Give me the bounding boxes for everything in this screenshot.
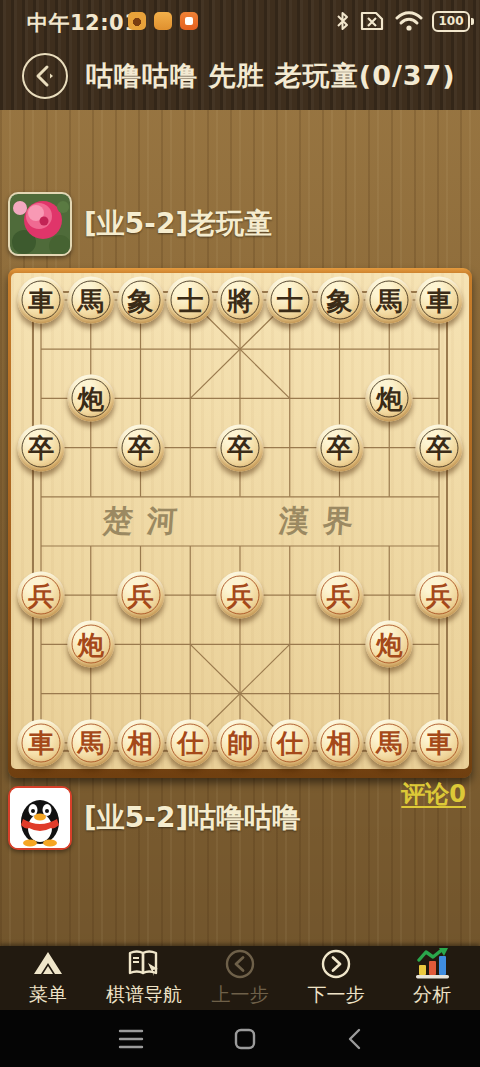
black-piece-士[interactable]: 士: [266, 277, 313, 324]
red-piece-炮[interactable]: 炮: [366, 621, 413, 668]
app-notification-icon-2: [154, 12, 172, 30]
piece-glyph: 象: [327, 287, 353, 313]
avatar-bottom-player[interactable]: [8, 786, 72, 850]
piece-glyph: 車: [28, 730, 54, 756]
piece-glyph: 兵: [227, 582, 253, 608]
black-piece-象[interactable]: 象: [117, 277, 164, 324]
piece-glyph: 車: [426, 287, 452, 313]
piece-glyph: 仕: [177, 730, 203, 756]
player-name-bottom: [业5-2]咕噜咕噜: [84, 799, 300, 837]
avatar-top-player[interactable]: [8, 192, 72, 256]
piece-glyph: 炮: [78, 385, 104, 411]
back-icon[interactable]: [346, 1027, 362, 1051]
android-nav-bar: [0, 1010, 480, 1067]
toolbar-next-move-button[interactable]: 下一步: [288, 946, 384, 1010]
piece-glyph: 卒: [327, 435, 353, 461]
red-piece-相[interactable]: 相: [117, 719, 164, 766]
piece-glyph: 將: [227, 287, 253, 313]
next-move-icon: [321, 948, 351, 980]
main-area: [业5-2]老玩童 楚河 漢界 車馬象士將士象馬車炮炮卒卒卒卒卒兵兵兵兵兵炮炮車…: [0, 110, 480, 946]
back-arrow-icon: [33, 64, 57, 88]
red-piece-相[interactable]: 相: [316, 719, 363, 766]
piece-glyph: 相: [128, 730, 154, 756]
black-piece-將[interactable]: 將: [217, 277, 264, 324]
black-piece-士[interactable]: 士: [167, 277, 214, 324]
menu-icon: [31, 948, 65, 980]
black-piece-馬[interactable]: 馬: [67, 277, 114, 324]
wifi-icon: [395, 10, 423, 32]
piece-glyph: 士: [277, 287, 303, 313]
battery-icon: 100: [432, 11, 470, 32]
red-piece-馬[interactable]: 馬: [67, 719, 114, 766]
piece-glyph: 卒: [227, 435, 253, 461]
red-piece-兵[interactable]: 兵: [217, 572, 264, 619]
bottom-toolbar: 菜单 棋谱导航 上一步: [0, 946, 480, 1010]
red-piece-馬[interactable]: 馬: [366, 719, 413, 766]
piece-glyph: 仕: [277, 730, 303, 756]
red-piece-兵[interactable]: 兵: [117, 572, 164, 619]
prev-move-icon: [225, 948, 255, 980]
system-status-icons: 100: [336, 10, 470, 32]
app-screen: 中午12:01 100: [0, 0, 480, 1067]
comments-link[interactable]: 评论0: [401, 778, 466, 810]
black-piece-卒[interactable]: 卒: [217, 424, 264, 471]
toolbar-prev-move-button[interactable]: 上一步: [192, 946, 288, 1010]
home-icon[interactable]: [233, 1027, 257, 1051]
app-notification-icon-1: [128, 12, 146, 30]
piece-glyph: 炮: [78, 631, 104, 657]
black-piece-炮[interactable]: 炮: [366, 375, 413, 422]
player-info-bottom: [业5-2]咕噜咕噜: [8, 786, 300, 850]
piece-glyph: 士: [177, 287, 203, 313]
piece-glyph: 卒: [128, 435, 154, 461]
red-piece-車[interactable]: 車: [416, 719, 463, 766]
black-piece-象[interactable]: 象: [316, 277, 363, 324]
flower-avatar-image: [10, 194, 70, 254]
river-label-han-jie: 漢界: [278, 501, 369, 542]
black-piece-車[interactable]: 車: [18, 277, 65, 324]
toolbar-menu-button[interactable]: 菜单: [0, 946, 96, 1010]
black-piece-卒[interactable]: 卒: [18, 424, 65, 471]
piece-glyph: 馬: [78, 730, 104, 756]
piece-glyph: 相: [327, 730, 353, 756]
header: 咕噜咕噜 先胜 老玩童(0/37): [0, 44, 480, 110]
piece-glyph: 馬: [376, 730, 402, 756]
piece-glyph: 炮: [376, 385, 402, 411]
piece-glyph: 車: [28, 287, 54, 313]
recent-apps-icon[interactable]: [118, 1028, 144, 1050]
piece-glyph: 卒: [28, 435, 54, 461]
page-title: 咕噜咕噜 先胜 老玩童(0/37): [86, 44, 474, 108]
piece-glyph: 馬: [376, 287, 402, 313]
app-notification-icon-3: [180, 12, 198, 30]
black-piece-卒[interactable]: 卒: [117, 424, 164, 471]
red-piece-仕[interactable]: 仕: [167, 719, 214, 766]
piece-glyph: 兵: [28, 582, 54, 608]
black-piece-馬[interactable]: 馬: [366, 277, 413, 324]
toolbar-analysis-button[interactable]: 分析: [384, 946, 480, 1010]
piece-glyph: 兵: [128, 582, 154, 608]
black-piece-車[interactable]: 車: [416, 277, 463, 324]
black-piece-卒[interactable]: 卒: [316, 424, 363, 471]
game-record-nav-icon: [126, 948, 162, 980]
no-sim-icon: [358, 10, 386, 32]
player-info-top: [业5-2]老玩童: [8, 192, 272, 256]
board-grid: [11, 273, 469, 769]
black-piece-炮[interactable]: 炮: [67, 375, 114, 422]
battery-percent: 100: [438, 14, 463, 28]
analysis-chart-icon: [413, 948, 451, 980]
piece-glyph: 炮: [376, 631, 402, 657]
piece-glyph: 車: [426, 730, 452, 756]
piece-glyph: 馬: [78, 287, 104, 313]
piece-glyph: 象: [128, 287, 154, 313]
red-piece-炮[interactable]: 炮: [67, 621, 114, 668]
qq-penguin-avatar-image: [10, 788, 70, 848]
back-button[interactable]: [22, 53, 68, 99]
red-piece-仕[interactable]: 仕: [266, 719, 313, 766]
river-label-chu-he: 楚河: [102, 501, 193, 542]
piece-glyph: 卒: [426, 435, 452, 461]
piece-glyph: 帥: [227, 730, 253, 756]
board-surface: 楚河 漢界 車馬象士將士象馬車炮炮卒卒卒卒卒兵兵兵兵兵炮炮車馬相仕帥仕相馬車: [11, 273, 469, 769]
red-piece-帥[interactable]: 帥: [217, 719, 264, 766]
clock: 中午12:01: [27, 9, 139, 37]
red-piece-兵[interactable]: 兵: [416, 572, 463, 619]
status-bar: 中午12:01 100: [0, 0, 480, 44]
bluetooth-icon: [336, 10, 349, 32]
black-piece-卒[interactable]: 卒: [416, 424, 463, 471]
xiangqi-board[interactable]: 楚河 漢界 車馬象士將士象馬車炮炮卒卒卒卒卒兵兵兵兵兵炮炮車馬相仕帥仕相馬車: [8, 268, 472, 778]
red-piece-兵[interactable]: 兵: [18, 572, 65, 619]
red-piece-兵[interactable]: 兵: [316, 572, 363, 619]
red-piece-車[interactable]: 車: [18, 719, 65, 766]
notification-icons: [128, 12, 198, 30]
piece-glyph: 兵: [426, 582, 452, 608]
piece-glyph: 兵: [327, 582, 353, 608]
toolbar-game-record-nav-button[interactable]: 棋谱导航: [96, 946, 192, 1010]
player-name-top: [业5-2]老玩童: [84, 205, 272, 243]
